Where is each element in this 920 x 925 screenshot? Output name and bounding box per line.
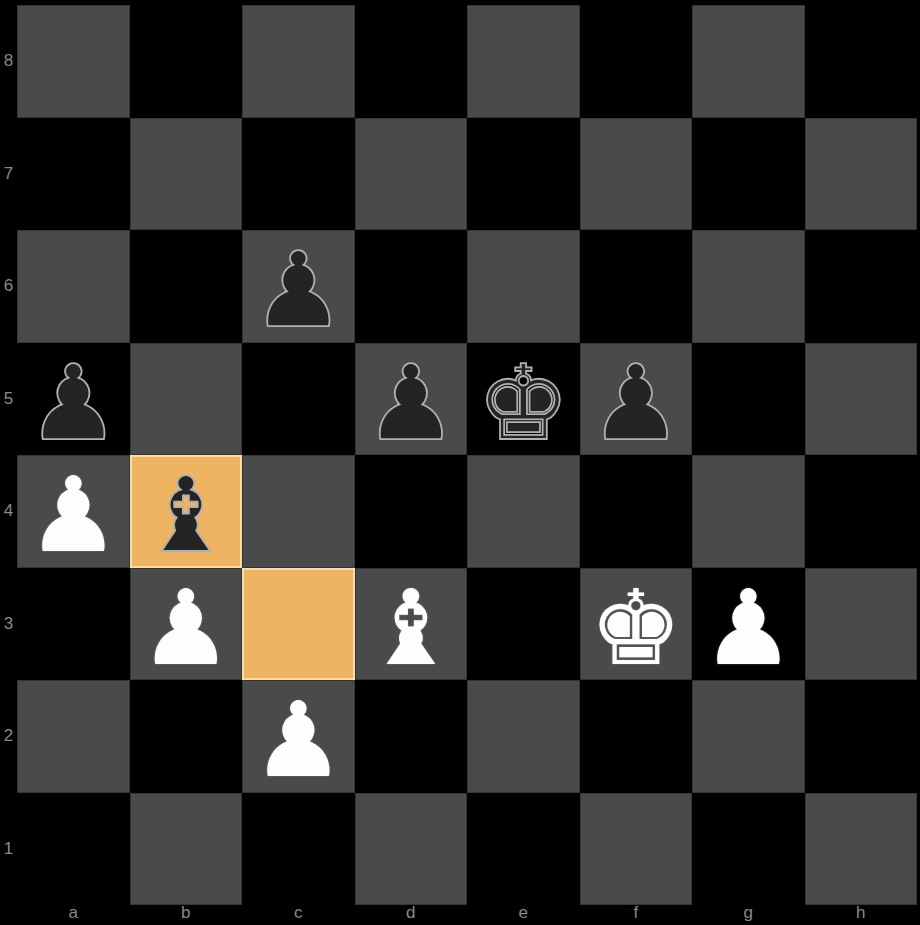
- square-a1[interactable]: [17, 793, 130, 906]
- square-h7[interactable]: [805, 118, 918, 231]
- square-c2[interactable]: ♟: [242, 680, 355, 793]
- file-label-f: f: [580, 903, 693, 923]
- file-label-g: g: [692, 903, 805, 923]
- chess-board: ♟♟♟♚♟♟♝♟♝♚♟♟: [17, 5, 917, 905]
- square-b2[interactable]: [130, 680, 243, 793]
- rank-label-5: 5: [0, 343, 17, 456]
- square-g8[interactable]: [692, 5, 805, 118]
- square-a6[interactable]: [17, 230, 130, 343]
- square-f2[interactable]: [580, 680, 693, 793]
- piece-white-pawn[interactable]: ♟: [17, 459, 130, 572]
- square-h6[interactable]: [805, 230, 918, 343]
- square-g4[interactable]: [692, 455, 805, 568]
- square-g5[interactable]: [692, 343, 805, 456]
- rank-label-8: 8: [0, 5, 17, 118]
- square-a5[interactable]: ♟: [17, 343, 130, 456]
- square-a8[interactable]: [17, 5, 130, 118]
- file-label-h: h: [805, 903, 918, 923]
- square-h2[interactable]: [805, 680, 918, 793]
- square-g2[interactable]: [692, 680, 805, 793]
- rank-label-6: 6: [0, 230, 17, 343]
- square-e4[interactable]: [467, 455, 580, 568]
- rank-label-2: 2: [0, 680, 17, 793]
- square-b7[interactable]: [130, 118, 243, 231]
- piece-white-pawn[interactable]: ♟: [130, 572, 243, 685]
- square-d1[interactable]: [355, 793, 468, 906]
- piece-white-bishop[interactable]: ♝: [355, 572, 468, 685]
- square-h3[interactable]: [805, 568, 918, 681]
- file-label-c: c: [242, 903, 355, 923]
- rank-label-3: 3: [0, 568, 17, 681]
- piece-white-pawn[interactable]: ♟: [242, 684, 355, 797]
- square-a7[interactable]: [17, 118, 130, 231]
- square-g7[interactable]: [692, 118, 805, 231]
- square-f8[interactable]: [580, 5, 693, 118]
- rank-label-7: 7: [0, 118, 17, 231]
- square-h1[interactable]: [805, 793, 918, 906]
- square-b1[interactable]: [130, 793, 243, 906]
- file-label-e: e: [467, 903, 580, 923]
- rank-label-1: 1: [0, 793, 17, 906]
- square-d8[interactable]: [355, 5, 468, 118]
- square-a4[interactable]: ♟: [17, 455, 130, 568]
- square-c6[interactable]: ♟: [242, 230, 355, 343]
- square-c1[interactable]: [242, 793, 355, 906]
- square-f7[interactable]: [580, 118, 693, 231]
- rank-label-4: 4: [0, 455, 17, 568]
- square-f6[interactable]: [580, 230, 693, 343]
- square-e5[interactable]: ♚: [467, 343, 580, 456]
- square-f1[interactable]: [580, 793, 693, 906]
- square-a3[interactable]: [17, 568, 130, 681]
- square-g6[interactable]: [692, 230, 805, 343]
- chess-app-background: ♟♟♟♚♟♟♝♟♝♚♟♟ 87654321 abcdefgh: [0, 0, 920, 925]
- square-g1[interactable]: [692, 793, 805, 906]
- square-h5[interactable]: [805, 343, 918, 456]
- square-c5[interactable]: [242, 343, 355, 456]
- square-b6[interactable]: [130, 230, 243, 343]
- square-d5[interactable]: ♟: [355, 343, 468, 456]
- piece-black-pawn[interactable]: ♟: [580, 347, 693, 460]
- square-h8[interactable]: [805, 5, 918, 118]
- square-h4[interactable]: [805, 455, 918, 568]
- square-c8[interactable]: [242, 5, 355, 118]
- square-e3[interactable]: [467, 568, 580, 681]
- piece-black-pawn[interactable]: ♟: [355, 347, 468, 460]
- square-d4[interactable]: [355, 455, 468, 568]
- square-c3[interactable]: [242, 568, 355, 681]
- piece-black-king[interactable]: ♚: [467, 347, 580, 460]
- square-d6[interactable]: [355, 230, 468, 343]
- square-e7[interactable]: [467, 118, 580, 231]
- square-b5[interactable]: [130, 343, 243, 456]
- square-d7[interactable]: [355, 118, 468, 231]
- square-e6[interactable]: [467, 230, 580, 343]
- file-label-a: a: [17, 903, 130, 923]
- square-e1[interactable]: [467, 793, 580, 906]
- file-label-d: d: [355, 903, 468, 923]
- square-e8[interactable]: [467, 5, 580, 118]
- square-e2[interactable]: [467, 680, 580, 793]
- square-b4[interactable]: ♝: [130, 455, 243, 568]
- square-c4[interactable]: [242, 455, 355, 568]
- square-g3[interactable]: ♟: [692, 568, 805, 681]
- square-f4[interactable]: [580, 455, 693, 568]
- piece-white-king[interactable]: ♚: [580, 572, 693, 685]
- piece-black-bishop[interactable]: ♝: [130, 459, 243, 572]
- piece-black-pawn[interactable]: ♟: [242, 234, 355, 347]
- file-label-b: b: [130, 903, 243, 923]
- square-b8[interactable]: [130, 5, 243, 118]
- square-a2[interactable]: [17, 680, 130, 793]
- square-f3[interactable]: ♚: [580, 568, 693, 681]
- square-b3[interactable]: ♟: [130, 568, 243, 681]
- piece-white-pawn[interactable]: ♟: [692, 572, 805, 685]
- square-d3[interactable]: ♝: [355, 568, 468, 681]
- square-d2[interactable]: [355, 680, 468, 793]
- piece-black-pawn[interactable]: ♟: [17, 347, 130, 460]
- square-f5[interactable]: ♟: [580, 343, 693, 456]
- square-c7[interactable]: [242, 118, 355, 231]
